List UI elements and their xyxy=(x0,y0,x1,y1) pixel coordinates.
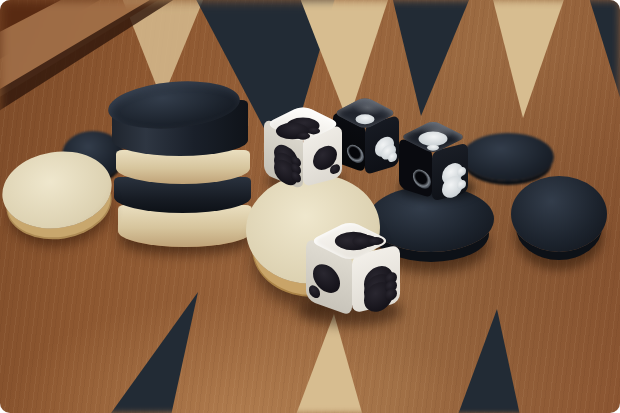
black-die-1-left-pip xyxy=(347,142,364,165)
black-die-2-left-pip xyxy=(413,168,430,191)
black-die-1-right-pip xyxy=(388,152,397,164)
white-die-2 xyxy=(304,218,400,322)
backgammon-photo-scene xyxy=(0,0,620,413)
black-die-2 xyxy=(398,118,470,198)
black-die-1-top-pip xyxy=(351,112,379,127)
checker-stack xyxy=(106,78,256,250)
white-die-1 xyxy=(264,96,344,190)
checker-black-back-right xyxy=(462,133,554,181)
black-die-2-right-pip xyxy=(457,179,466,191)
checker-black-far-right xyxy=(511,176,607,252)
